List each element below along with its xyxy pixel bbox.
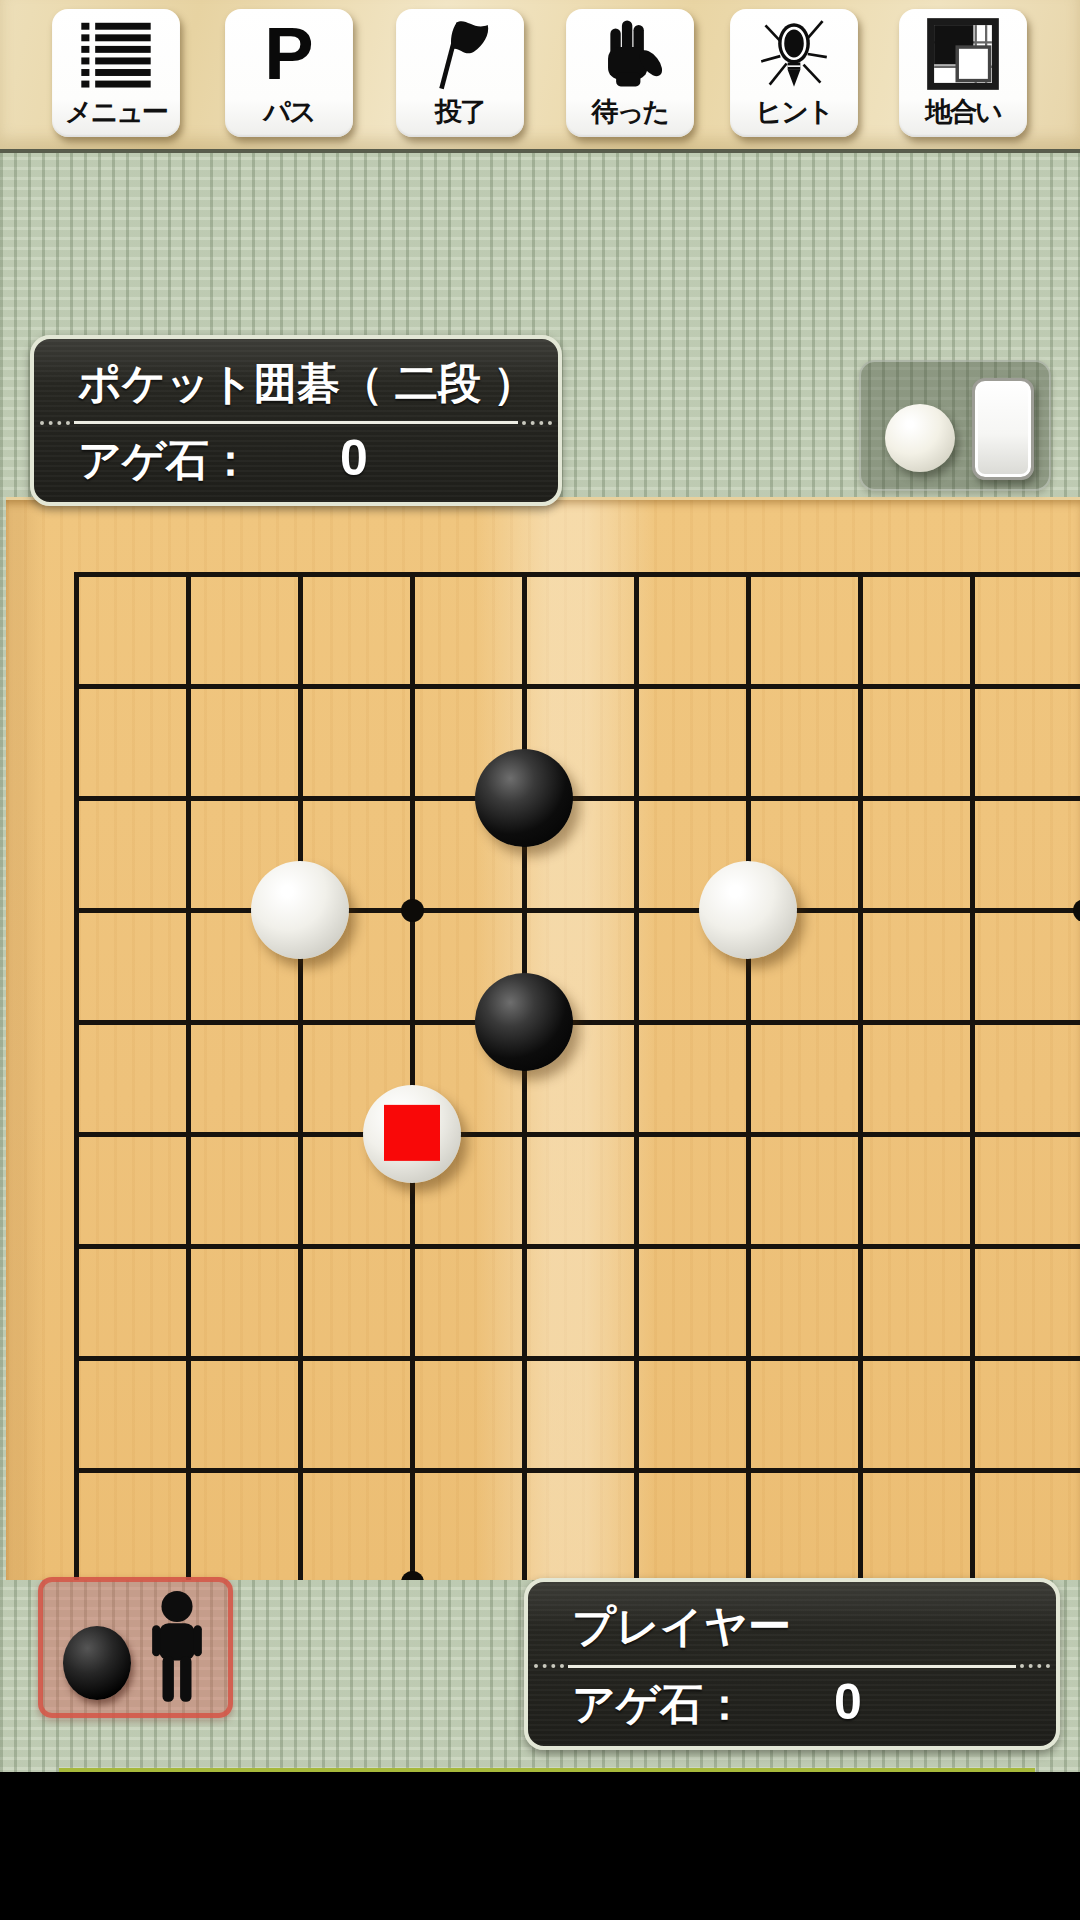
player-name: プレイヤー xyxy=(572,1598,791,1656)
opponent-name: ポケット囲碁（ 二段 ） xyxy=(78,355,536,413)
grid-line xyxy=(298,574,303,1580)
black-stone-icon xyxy=(63,1626,131,1700)
resign-flag-icon xyxy=(423,17,497,91)
star-point xyxy=(401,1571,424,1581)
star-point xyxy=(1073,899,1080,922)
star-point xyxy=(401,899,424,922)
menu-button-label: メニュー xyxy=(65,94,167,130)
grid-line xyxy=(410,574,415,1580)
stone-white-D14 xyxy=(363,1085,461,1183)
last-move-marker xyxy=(384,1105,440,1161)
opponent-color-indicator xyxy=(859,360,1051,491)
hint-bulb-icon xyxy=(757,17,831,91)
hint-button[interactable]: ヒント xyxy=(730,9,858,137)
go-board[interactable] xyxy=(6,497,1080,1580)
grid-line xyxy=(74,908,1080,913)
stone-black-E15 xyxy=(475,973,573,1071)
menu-list-icon xyxy=(79,17,153,91)
pass-p-icon: P xyxy=(252,17,326,91)
grid-line xyxy=(74,1356,1080,1361)
stone-white-G16 xyxy=(699,861,797,959)
grid-line xyxy=(74,796,1080,801)
resign-button[interactable]: 投了 xyxy=(396,9,524,137)
territory-button[interactable]: 地合い xyxy=(899,9,1027,137)
territory-button-label: 地合い xyxy=(925,94,1001,130)
grid-line xyxy=(74,1468,1080,1473)
toolbar: メニュー P パス 投了 xyxy=(0,0,1080,153)
pass-button-label: パス xyxy=(263,94,314,130)
ad-banner-area xyxy=(0,1772,1080,1920)
grid-line xyxy=(74,1244,1080,1249)
grid-line xyxy=(74,684,1080,689)
player-captures-value: 0 xyxy=(834,1673,862,1731)
undo-hand-icon xyxy=(593,17,667,91)
stone-black-E17 xyxy=(475,749,573,847)
stone-white-C16 xyxy=(251,861,349,959)
white-stone-icon xyxy=(885,404,955,472)
resign-button-label: 投了 xyxy=(435,94,485,130)
grid-line xyxy=(746,574,751,1580)
grid-line xyxy=(74,574,79,1580)
opponent-info-panel: ポケット囲碁（ 二段 ） アゲ石： 0 xyxy=(30,335,562,506)
grid-line xyxy=(634,574,639,1580)
hint-button-label: ヒント xyxy=(756,94,833,130)
grid-line xyxy=(74,1132,1080,1137)
grid-line xyxy=(74,572,1080,577)
pass-button[interactable]: P パス xyxy=(225,9,353,137)
territory-icon xyxy=(926,17,1000,91)
player-captures-label: アゲ石： xyxy=(572,1676,746,1734)
opponent-captures-value: 0 xyxy=(340,429,368,487)
undo-button[interactable]: 待った xyxy=(566,9,694,137)
grid-line xyxy=(74,1020,1080,1025)
undo-button-label: 待った xyxy=(592,94,668,130)
opponent-captures-label: アゲ石： xyxy=(78,432,252,490)
player-info-panel: プレイヤー アゲ石： 0 xyxy=(524,1578,1060,1750)
grid-line xyxy=(522,574,527,1580)
person-icon xyxy=(148,1590,206,1706)
player-turn-indicator xyxy=(38,1577,233,1718)
grid-line xyxy=(186,574,191,1580)
grid-line xyxy=(970,574,975,1580)
panel-divider xyxy=(40,421,552,425)
grid-line xyxy=(858,574,863,1580)
app-screen: メニュー P パス 投了 xyxy=(0,0,1080,1920)
panel-divider xyxy=(534,1664,1050,1668)
menu-button[interactable]: メニュー xyxy=(52,9,180,137)
card-icon xyxy=(972,378,1034,480)
